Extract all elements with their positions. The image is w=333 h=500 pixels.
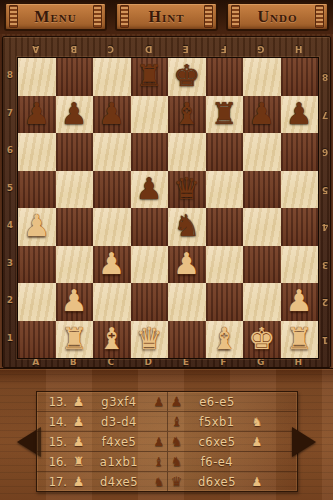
black-move-half: ♟e6-e5 bbox=[167, 392, 265, 411]
black-captured-piece-icon: ♞ bbox=[249, 416, 265, 428]
square-b7[interactable]: ♟ bbox=[56, 96, 94, 134]
coordinate-label: G bbox=[242, 40, 280, 54]
square-b5[interactable] bbox=[56, 171, 94, 209]
square-f4[interactable] bbox=[206, 208, 244, 246]
move-number: 14. bbox=[37, 415, 70, 429]
black-move-text: d6xe5 bbox=[185, 475, 249, 489]
white-rook-h1[interactable]: ♜ bbox=[281, 321, 319, 359]
black-move-text: f6-e4 bbox=[185, 455, 249, 469]
white-move-text: d3-d4 bbox=[87, 415, 151, 429]
white-move-piece-icon: ♟ bbox=[70, 435, 87, 448]
white-bishop-c1[interactable]: ♝ bbox=[93, 321, 131, 359]
square-c2[interactable] bbox=[93, 283, 131, 321]
square-f6[interactable] bbox=[206, 133, 244, 171]
coordinate-label: 2 bbox=[4, 282, 16, 320]
square-d1[interactable]: ♛ bbox=[131, 321, 169, 359]
square-g4[interactable] bbox=[243, 208, 281, 246]
menu-button[interactable]: Menu bbox=[4, 2, 107, 31]
move-number: 13. bbox=[37, 395, 70, 409]
file-labels-top: ABCDEFGH bbox=[17, 40, 317, 54]
square-f8[interactable] bbox=[206, 58, 244, 96]
coordinate-label: 3 bbox=[4, 245, 16, 283]
square-c6[interactable] bbox=[93, 133, 131, 171]
white-move-text: f4xe5 bbox=[87, 435, 151, 449]
square-h8[interactable] bbox=[281, 58, 319, 96]
button-ornament-strip bbox=[93, 5, 102, 28]
black-pawn-c7[interactable]: ♟ bbox=[93, 96, 131, 134]
white-captured-piece-icon: ♞ bbox=[151, 476, 167, 488]
coordinate-label: 5 bbox=[4, 170, 16, 208]
square-b8[interactable] bbox=[56, 58, 94, 96]
white-captured-piece-icon: ♟ bbox=[151, 436, 167, 448]
square-g5[interactable] bbox=[243, 171, 281, 209]
coordinate-label: 8 bbox=[319, 57, 331, 95]
black-queen-e5[interactable]: ♛ bbox=[168, 171, 206, 209]
square-b4[interactable] bbox=[56, 208, 94, 246]
square-a4[interactable]: ♟ bbox=[18, 208, 56, 246]
white-pawn-c3[interactable]: ♟ bbox=[93, 246, 131, 284]
coordinate-label: B bbox=[55, 40, 93, 54]
coordinate-label: 6 bbox=[4, 132, 16, 170]
square-a3[interactable] bbox=[18, 246, 56, 284]
square-a1[interactable] bbox=[18, 321, 56, 359]
black-move-half: ♝f5xb1♞ bbox=[167, 412, 265, 431]
coordinate-label: A bbox=[17, 40, 55, 54]
white-pawn-e3[interactable]: ♟ bbox=[168, 246, 206, 284]
square-f7[interactable]: ♜ bbox=[206, 96, 244, 134]
square-b1[interactable]: ♜ bbox=[56, 321, 94, 359]
white-captured-piece-icon: ♝ bbox=[151, 456, 167, 468]
black-move-piece-icon: ♟ bbox=[168, 395, 185, 408]
white-move-piece-icon: ♟ bbox=[70, 415, 87, 428]
white-pawn-h2[interactable]: ♟ bbox=[281, 283, 319, 321]
coordinate-label: 2 bbox=[319, 282, 331, 320]
coordinate-label: 3 bbox=[319, 245, 331, 283]
black-move-piece-icon: ♞ bbox=[168, 435, 185, 448]
black-knight-e4[interactable]: ♞ bbox=[168, 208, 206, 246]
black-move-piece-icon: ♛ bbox=[168, 475, 185, 488]
white-pawn-b2[interactable]: ♟ bbox=[56, 283, 94, 321]
button-ornament-strip bbox=[9, 5, 18, 28]
next-move-arrow-icon[interactable] bbox=[292, 427, 316, 457]
button-ornament-strip bbox=[231, 5, 240, 28]
board-squares: ♜♚♟♟♟♝♜♟♟♟♛♟♞♟♟♟♟♜♝♛♝♚♜ bbox=[17, 57, 319, 359]
menu-button-label: Menu bbox=[18, 8, 93, 26]
move-table: 13.♟g3xf4♟♟e6-e514.♟d3-d4♝f5xb1♞15.♟f4xe… bbox=[36, 391, 298, 492]
square-g3[interactable] bbox=[243, 246, 281, 284]
square-h4[interactable] bbox=[281, 208, 319, 246]
square-a5[interactable] bbox=[18, 171, 56, 209]
square-d5[interactable]: ♟ bbox=[131, 171, 169, 209]
white-move-piece-icon: ♟ bbox=[70, 475, 87, 488]
white-pawn-a4[interactable]: ♟ bbox=[18, 208, 56, 246]
square-d8[interactable]: ♜ bbox=[131, 58, 169, 96]
white-queen-d1[interactable]: ♛ bbox=[131, 321, 169, 359]
square-f2[interactable] bbox=[206, 283, 244, 321]
chess-board-frame: ABCDEFGH 87654321 87654321 ABCDEFGH ♜♚♟♟… bbox=[2, 36, 331, 368]
square-h2[interactable]: ♟ bbox=[281, 283, 319, 321]
coordinate-label: H bbox=[280, 40, 318, 54]
toolbar: Menu Hint Undo bbox=[0, 0, 333, 34]
coordinate-label: 5 bbox=[319, 170, 331, 208]
square-d3[interactable] bbox=[131, 246, 169, 284]
button-ornament-strip bbox=[315, 5, 324, 28]
white-move-piece-icon: ♜ bbox=[70, 455, 87, 468]
black-captured-piece-icon: ♟ bbox=[249, 476, 265, 488]
black-captured-piece-icon: ♟ bbox=[249, 436, 265, 448]
hint-button-label: Hint bbox=[129, 8, 204, 26]
square-e7[interactable]: ♝ bbox=[168, 96, 206, 134]
square-e8[interactable]: ♚ bbox=[168, 58, 206, 96]
square-h6[interactable] bbox=[281, 133, 319, 171]
move-row: 15.♟f4xe5♟♞c6xe5♟ bbox=[37, 431, 297, 451]
square-b2[interactable]: ♟ bbox=[56, 283, 94, 321]
move-number: 16. bbox=[37, 455, 70, 469]
square-a8[interactable] bbox=[18, 58, 56, 96]
black-bishop-e7[interactable]: ♝ bbox=[168, 96, 206, 134]
black-move-piece-icon: ♝ bbox=[168, 415, 185, 428]
black-move-piece-icon: ♞ bbox=[168, 455, 185, 468]
square-b3[interactable] bbox=[56, 246, 94, 284]
square-c4[interactable] bbox=[93, 208, 131, 246]
hint-button[interactable]: Hint bbox=[115, 2, 218, 31]
black-pawn-h7[interactable]: ♟ bbox=[281, 96, 319, 134]
square-f3[interactable] bbox=[206, 246, 244, 284]
white-move-piece-icon: ♟ bbox=[70, 395, 87, 408]
square-g8[interactable] bbox=[243, 58, 281, 96]
black-king-e8[interactable]: ♚ bbox=[168, 58, 206, 96]
black-rook-d8[interactable]: ♜ bbox=[131, 58, 169, 96]
square-e2[interactable] bbox=[168, 283, 206, 321]
square-e6[interactable] bbox=[168, 133, 206, 171]
black-pawn-d5[interactable]: ♟ bbox=[131, 171, 169, 209]
move-number: 15. bbox=[37, 435, 70, 449]
coordinate-label: E bbox=[167, 40, 205, 54]
square-h7[interactable]: ♟ bbox=[281, 96, 319, 134]
square-e1[interactable] bbox=[168, 321, 206, 359]
coordinate-label: D bbox=[130, 40, 168, 54]
white-move-text: a1xb1 bbox=[87, 455, 151, 469]
coordinate-label: 1 bbox=[4, 320, 16, 358]
white-move-text: g3xf4 bbox=[87, 395, 151, 409]
square-c1[interactable]: ♝ bbox=[93, 321, 131, 359]
white-king-g1[interactable]: ♚ bbox=[243, 321, 281, 359]
move-number: 17. bbox=[37, 475, 70, 489]
coordinate-label: 7 bbox=[319, 95, 331, 133]
coordinate-label: 1 bbox=[319, 320, 331, 358]
white-move-text: d4xe5 bbox=[87, 475, 151, 489]
square-h1[interactable]: ♜ bbox=[281, 321, 319, 359]
move-row: 16.♜a1xb1♝♞f6-e4 bbox=[37, 451, 297, 471]
square-b6[interactable] bbox=[56, 133, 94, 171]
square-a2[interactable] bbox=[18, 283, 56, 321]
white-bishop-f1[interactable]: ♝ bbox=[206, 321, 244, 359]
white-rook-b1[interactable]: ♜ bbox=[56, 321, 94, 359]
black-pawn-g7[interactable]: ♟ bbox=[243, 96, 281, 134]
black-rook-f7[interactable]: ♜ bbox=[206, 96, 244, 134]
coordinate-label: 7 bbox=[4, 95, 16, 133]
square-d2[interactable] bbox=[131, 283, 169, 321]
square-f1[interactable]: ♝ bbox=[206, 321, 244, 359]
coordinate-label: 4 bbox=[319, 207, 331, 245]
undo-button-label: Undo bbox=[240, 8, 315, 26]
square-a6[interactable] bbox=[18, 133, 56, 171]
rank-labels-left: 87654321 bbox=[4, 57, 16, 357]
square-c7[interactable]: ♟ bbox=[93, 96, 131, 134]
coordinate-label: F bbox=[205, 40, 243, 54]
square-c5[interactable] bbox=[93, 171, 131, 209]
black-move-half: ♞c6xe5♟ bbox=[167, 432, 265, 451]
square-f5[interactable] bbox=[206, 171, 244, 209]
coordinate-label: 8 bbox=[4, 57, 16, 95]
square-d4[interactable] bbox=[131, 208, 169, 246]
coordinate-label: 4 bbox=[4, 207, 16, 245]
square-h5[interactable] bbox=[281, 171, 319, 209]
undo-button[interactable]: Undo bbox=[226, 2, 329, 31]
coordinate-label: C bbox=[92, 40, 130, 54]
square-g1[interactable]: ♚ bbox=[243, 321, 281, 359]
square-g6[interactable] bbox=[243, 133, 281, 171]
square-h3[interactable] bbox=[281, 246, 319, 284]
square-c8[interactable] bbox=[93, 58, 131, 96]
square-d6[interactable] bbox=[131, 133, 169, 171]
square-e3[interactable]: ♟ bbox=[168, 246, 206, 284]
rank-labels-right: 87654321 bbox=[319, 57, 331, 357]
move-row: 14.♟d3-d4♝f5xb1♞ bbox=[37, 411, 297, 431]
square-g2[interactable] bbox=[243, 283, 281, 321]
button-ornament-strip bbox=[120, 5, 129, 28]
black-move-text: c6xe5 bbox=[185, 435, 249, 449]
button-ornament-strip bbox=[204, 5, 213, 28]
square-g7[interactable]: ♟ bbox=[243, 96, 281, 134]
square-a7[interactable]: ♟ bbox=[18, 96, 56, 134]
move-row: 17.♟d4xe5♞♛d6xe5♟ bbox=[37, 471, 297, 491]
coordinate-label: 6 bbox=[319, 132, 331, 170]
move-list-panel: 13.♟g3xf4♟♟e6-e514.♟d3-d4♝f5xb1♞15.♟f4xe… bbox=[0, 368, 333, 500]
square-c3[interactable]: ♟ bbox=[93, 246, 131, 284]
black-move-text: e6-e5 bbox=[185, 395, 249, 409]
black-pawn-a7[interactable]: ♟ bbox=[18, 96, 56, 134]
black-move-text: f5xb1 bbox=[185, 415, 249, 429]
square-e4[interactable]: ♞ bbox=[168, 208, 206, 246]
white-captured-piece-icon: ♟ bbox=[151, 396, 167, 408]
black-move-half: ♛d6xe5♟ bbox=[167, 472, 265, 491]
square-d7[interactable] bbox=[131, 96, 169, 134]
square-e5[interactable]: ♛ bbox=[168, 171, 206, 209]
black-pawn-b7[interactable]: ♟ bbox=[56, 96, 94, 134]
move-row: 13.♟g3xf4♟♟e6-e5 bbox=[37, 392, 297, 411]
black-move-half: ♞f6-e4 bbox=[167, 452, 265, 471]
